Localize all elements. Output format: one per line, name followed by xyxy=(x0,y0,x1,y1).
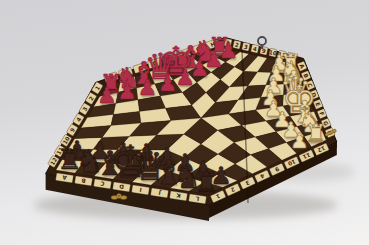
coordinate-label-top-right-2: 2 xyxy=(233,40,241,49)
coordinate-label-top-right-4: 4 xyxy=(251,44,259,53)
coordinate-label-top-right-1: 1 xyxy=(224,38,232,47)
coordinate-label-top-right-3: 3 xyxy=(242,42,250,51)
product-photo-scene: 12111094321ABCDEFGH12349101112ABCDEFGH12… xyxy=(0,0,369,245)
three-player-chess-board: 12111094321ABCDEFGH12349101112ABCDEFGH12… xyxy=(0,0,369,245)
